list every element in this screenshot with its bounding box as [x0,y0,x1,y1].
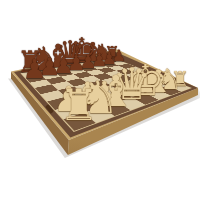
chess-set-product-photo: ♜♞♝♛♚♝♞♜♟♟♟♟♟♟♟♟♟♟♟♟♟♟♟♟♜♞♝♛♚♝♞♜ [0,0,200,200]
piece-white-rook-a1: ♜ [60,83,99,127]
piece-black-pawn-a7: ♟ [23,56,47,82]
pieces-layer: ♜♞♝♛♚♝♞♜♟♟♟♟♟♟♟♟♟♟♟♟♟♟♟♟♜♞♝♛♚♝♞♜ [0,0,200,200]
